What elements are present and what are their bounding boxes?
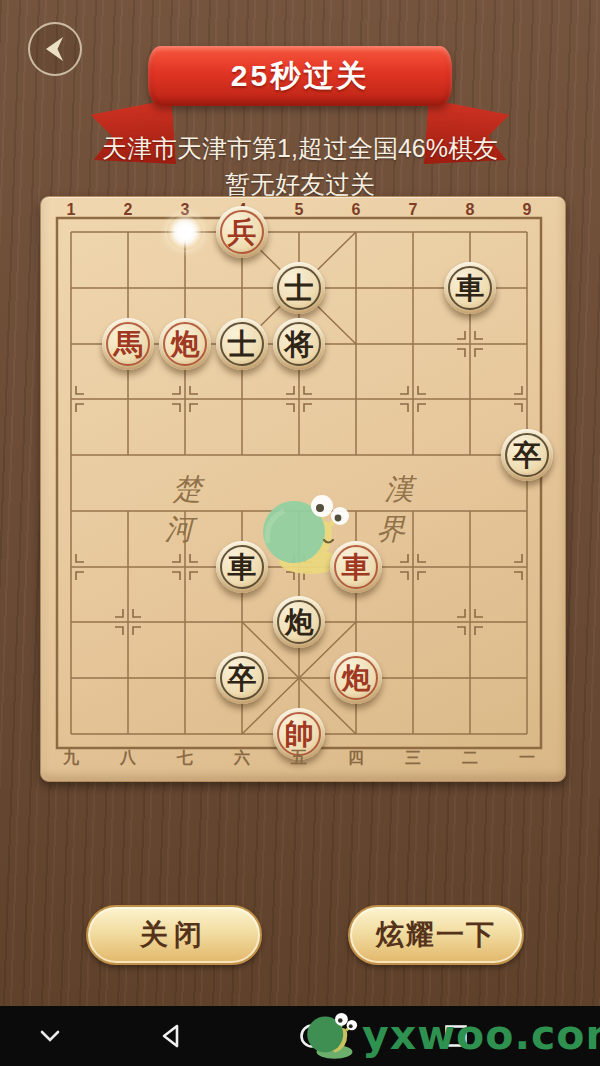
- piece-red-cannon[interactable]: 炮: [159, 318, 211, 370]
- board-panel: 123456789 楚河 漢界 兵士車馬炮士将卒車車炮卒炮帥 九八七六五四三二一: [40, 196, 566, 782]
- file-label-bottom: 一: [515, 748, 539, 769]
- close-button[interactable]: 关闭: [86, 905, 262, 965]
- screen: 25秒过关 天津市天津市第1,超过全国46%棋友 暂无好友过关 12345678…: [0, 0, 600, 1066]
- piece-black-advisor[interactable]: 士: [216, 318, 268, 370]
- file-label-bottom: 五: [287, 748, 311, 769]
- watermark-snail-icon: [302, 1008, 360, 1062]
- nav-back-icon[interactable]: [158, 1022, 186, 1050]
- piece-black-soldier[interactable]: 卒: [216, 652, 268, 704]
- piece-red-chariot[interactable]: 車: [330, 541, 382, 593]
- brag-button[interactable]: 炫耀一下: [348, 905, 524, 965]
- piece-red-horse[interactable]: 馬: [102, 318, 154, 370]
- piece-red-cannon[interactable]: 炮: [330, 652, 382, 704]
- file-label-bottom: 七: [173, 748, 197, 769]
- page-title: 25秒过关: [231, 56, 369, 97]
- file-label-bottom: 九: [59, 748, 83, 769]
- chevron-down-icon[interactable]: [36, 1022, 64, 1050]
- piece-black-advisor[interactable]: 士: [273, 262, 325, 314]
- ribbon-banner: 25秒过关: [0, 40, 600, 135]
- watermark: yxwoo.com: [302, 1004, 600, 1066]
- file-label-bottom: 四: [344, 748, 368, 769]
- piece-black-soldier[interactable]: 卒: [501, 429, 553, 481]
- piece-black-chariot[interactable]: 車: [444, 262, 496, 314]
- file-label-bottom: 八: [116, 748, 140, 769]
- file-label-bottom: 三: [401, 748, 425, 769]
- file-label-bottom: 六: [230, 748, 254, 769]
- ribbon-band: 25秒过关: [148, 46, 452, 106]
- rank-summary-text: 天津市天津市第1,超过全国46%棋友: [0, 132, 600, 165]
- piece-black-cannon[interactable]: 炮: [273, 596, 325, 648]
- board-grid[interactable]: 兵士車馬炮士将卒車車炮卒炮帥: [41, 197, 565, 781]
- file-label-bottom: 二: [458, 748, 482, 769]
- piece-black-general[interactable]: 将: [273, 318, 325, 370]
- piece-red-soldier[interactable]: 兵: [216, 206, 268, 258]
- piece-black-chariot[interactable]: 車: [216, 541, 268, 593]
- watermark-text: yxwoo.com: [362, 1011, 600, 1059]
